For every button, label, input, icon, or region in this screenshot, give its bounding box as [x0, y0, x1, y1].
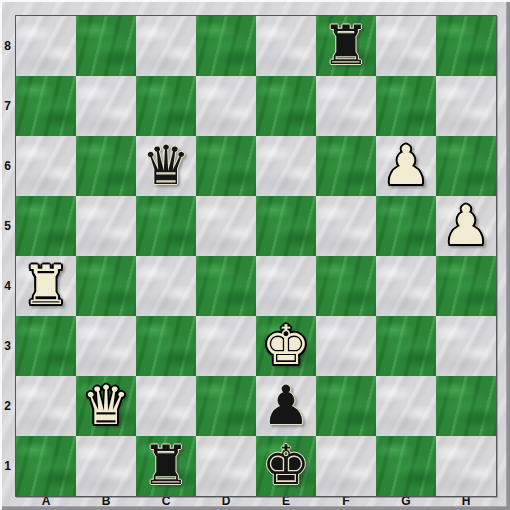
square-a3[interactable]: [16, 316, 76, 376]
piece-white-rook[interactable]: ♜: [22, 256, 70, 316]
square-h2[interactable]: [436, 376, 496, 436]
square-b6[interactable]: [76, 136, 136, 196]
square-f2[interactable]: [316, 376, 376, 436]
rank-label-3: 3: [0, 316, 15, 376]
square-b2[interactable]: ♛: [76, 376, 136, 436]
piece-black-queen[interactable]: ♛: [142, 136, 190, 196]
square-c6[interactable]: ♛: [136, 136, 196, 196]
piece-black-rook[interactable]: ♜: [322, 16, 370, 76]
square-a6[interactable]: [16, 136, 76, 196]
square-g2[interactable]: [376, 376, 436, 436]
rank-label-5: 5: [0, 196, 15, 256]
square-e1[interactable]: ♚: [256, 436, 316, 496]
square-e5[interactable]: [256, 196, 316, 256]
chess-board-frame: 87654321 ABCDEFGH ♜♛♟♟♜♚♛♟♜♚: [0, 0, 510, 510]
square-h6[interactable]: [436, 136, 496, 196]
rank-label-4: 4: [0, 256, 15, 316]
square-e3[interactable]: ♚: [256, 316, 316, 376]
piece-white-queen[interactable]: ♛: [82, 376, 130, 436]
square-g6[interactable]: ♟: [376, 136, 436, 196]
square-f8[interactable]: ♜: [316, 16, 376, 76]
square-f1[interactable]: [316, 436, 376, 496]
square-d6[interactable]: [196, 136, 256, 196]
piece-black-king[interactable]: ♚: [262, 436, 310, 496]
square-a7[interactable]: [16, 76, 76, 136]
square-f5[interactable]: [316, 196, 376, 256]
rank-label-8: 8: [0, 16, 15, 76]
rank-label-2: 2: [0, 376, 15, 436]
square-c2[interactable]: [136, 376, 196, 436]
square-b1[interactable]: [76, 436, 136, 496]
square-d3[interactable]: [196, 316, 256, 376]
square-a8[interactable]: [16, 16, 76, 76]
square-g8[interactable]: [376, 16, 436, 76]
square-b8[interactable]: [76, 16, 136, 76]
square-g4[interactable]: [376, 256, 436, 316]
square-d5[interactable]: [196, 196, 256, 256]
square-e7[interactable]: [256, 76, 316, 136]
rank-label-1: 1: [0, 436, 15, 496]
square-h7[interactable]: [436, 76, 496, 136]
square-b7[interactable]: [76, 76, 136, 136]
square-h8[interactable]: [436, 16, 496, 76]
square-h3[interactable]: [436, 316, 496, 376]
square-c5[interactable]: [136, 196, 196, 256]
square-b5[interactable]: [76, 196, 136, 256]
rank-labels: 87654321: [0, 16, 15, 496]
piece-black-rook[interactable]: ♜: [142, 436, 190, 496]
square-e8[interactable]: [256, 16, 316, 76]
square-g3[interactable]: [376, 316, 436, 376]
square-c3[interactable]: [136, 316, 196, 376]
square-a5[interactable]: [16, 196, 76, 256]
square-d8[interactable]: [196, 16, 256, 76]
square-d7[interactable]: [196, 76, 256, 136]
square-e2[interactable]: ♟: [256, 376, 316, 436]
square-c7[interactable]: [136, 76, 196, 136]
square-a2[interactable]: [16, 376, 76, 436]
square-a4[interactable]: ♜: [16, 256, 76, 316]
square-h1[interactable]: [436, 436, 496, 496]
square-d4[interactable]: [196, 256, 256, 316]
chess-board: ♜♛♟♟♜♚♛♟♜♚: [15, 15, 497, 497]
square-c1[interactable]: ♜: [136, 436, 196, 496]
square-g7[interactable]: [376, 76, 436, 136]
piece-white-pawn[interactable]: ♟: [382, 136, 430, 196]
rank-label-6: 6: [0, 136, 15, 196]
square-e4[interactable]: [256, 256, 316, 316]
rank-label-7: 7: [0, 76, 15, 136]
square-f7[interactable]: [316, 76, 376, 136]
square-b4[interactable]: [76, 256, 136, 316]
square-c8[interactable]: [136, 16, 196, 76]
square-g5[interactable]: [376, 196, 436, 256]
piece-white-king[interactable]: ♚: [262, 316, 310, 376]
piece-white-pawn[interactable]: ♟: [442, 196, 490, 256]
square-d2[interactable]: [196, 376, 256, 436]
square-f3[interactable]: [316, 316, 376, 376]
square-f6[interactable]: [316, 136, 376, 196]
square-g1[interactable]: [376, 436, 436, 496]
piece-black-pawn[interactable]: ♟: [262, 376, 310, 436]
square-c4[interactable]: [136, 256, 196, 316]
square-h5[interactable]: ♟: [436, 196, 496, 256]
square-f4[interactable]: [316, 256, 376, 316]
square-d1[interactable]: [196, 436, 256, 496]
square-e6[interactable]: [256, 136, 316, 196]
square-a1[interactable]: [16, 436, 76, 496]
square-b3[interactable]: [76, 316, 136, 376]
square-h4[interactable]: [436, 256, 496, 316]
